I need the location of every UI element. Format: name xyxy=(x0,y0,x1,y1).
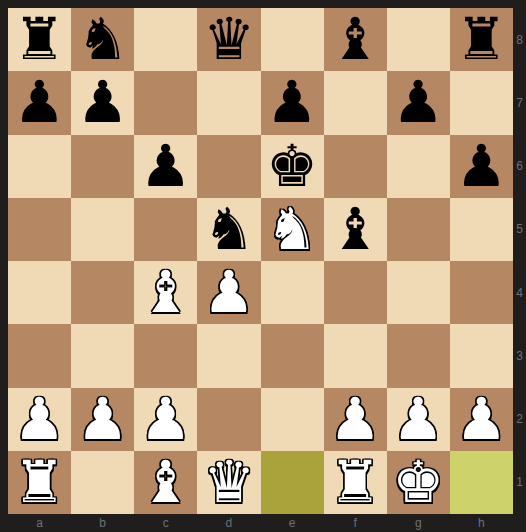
piece-black-knight[interactable]: ♞ xyxy=(77,8,129,71)
square-d1[interactable]: ♛ xyxy=(197,451,260,514)
square-c8[interactable] xyxy=(134,8,197,71)
piece-black-bishop[interactable]: ♝ xyxy=(329,198,381,261)
piece-white-pawn[interactable]: ♟ xyxy=(455,388,507,451)
square-c4[interactable]: ♝ xyxy=(134,261,197,324)
square-b8[interactable]: ♞ xyxy=(71,8,134,71)
square-e8[interactable] xyxy=(261,8,324,71)
file-label-e: e xyxy=(261,514,324,532)
square-a5[interactable] xyxy=(8,198,71,261)
square-h6[interactable]: ♟ xyxy=(450,135,513,198)
square-h3[interactable] xyxy=(450,324,513,387)
file-label-f: f xyxy=(324,514,387,532)
square-b2[interactable]: ♟ xyxy=(71,388,134,451)
square-g5[interactable] xyxy=(387,198,450,261)
square-b3[interactable] xyxy=(71,324,134,387)
piece-white-pawn[interactable]: ♟ xyxy=(14,388,66,451)
file-label-b: b xyxy=(71,514,134,532)
file-label-h: h xyxy=(450,514,513,532)
square-a7[interactable]: ♟ xyxy=(8,71,71,134)
square-d4[interactable]: ♟ xyxy=(197,261,260,324)
file-label-d: d xyxy=(197,514,260,532)
piece-black-pawn[interactable]: ♟ xyxy=(14,71,66,134)
square-g3[interactable] xyxy=(387,324,450,387)
square-g4[interactable] xyxy=(387,261,450,324)
square-f3[interactable] xyxy=(324,324,387,387)
square-b1[interactable] xyxy=(71,451,134,514)
square-a6[interactable] xyxy=(8,135,71,198)
piece-white-pawn[interactable]: ♟ xyxy=(392,388,444,451)
square-b7[interactable]: ♟ xyxy=(71,71,134,134)
square-c6[interactable]: ♟ xyxy=(134,135,197,198)
square-a1[interactable]: ♜ xyxy=(8,451,71,514)
piece-white-king[interactable]: ♚ xyxy=(392,451,444,514)
piece-white-pawn[interactable]: ♟ xyxy=(329,388,381,451)
rank-label-6: 6 xyxy=(513,135,526,198)
square-f7[interactable] xyxy=(324,71,387,134)
square-b5[interactable] xyxy=(71,198,134,261)
file-label-g: g xyxy=(387,514,450,532)
rank-label-5: 5 xyxy=(513,198,526,261)
square-d8[interactable]: ♛ xyxy=(197,8,260,71)
square-c1[interactable]: ♝ xyxy=(134,451,197,514)
square-h1[interactable] xyxy=(450,451,513,514)
square-c7[interactable] xyxy=(134,71,197,134)
piece-white-rook[interactable]: ♜ xyxy=(329,451,381,514)
piece-black-queen[interactable]: ♛ xyxy=(203,8,255,71)
square-g1[interactable]: ♚ xyxy=(387,451,450,514)
square-h7[interactable] xyxy=(450,71,513,134)
square-e3[interactable] xyxy=(261,324,324,387)
square-f4[interactable] xyxy=(324,261,387,324)
piece-black-knight[interactable]: ♞ xyxy=(203,198,255,261)
chess-board-app: ♜♞♛♝♜♟♟♟♟♟♚♟♞♞♝♝♟♟♟♟♟♟♟♜♝♛♜♚ 87654321 ab… xyxy=(0,0,526,532)
square-a2[interactable]: ♟ xyxy=(8,388,71,451)
square-c5[interactable] xyxy=(134,198,197,261)
square-e1[interactable] xyxy=(261,451,324,514)
piece-white-knight[interactable]: ♞ xyxy=(266,198,318,261)
square-d6[interactable] xyxy=(197,135,260,198)
piece-black-rook[interactable]: ♜ xyxy=(14,8,66,71)
piece-black-king[interactable]: ♚ xyxy=(266,135,318,198)
square-h2[interactable]: ♟ xyxy=(450,388,513,451)
piece-white-bishop[interactable]: ♝ xyxy=(140,261,192,324)
square-e6[interactable]: ♚ xyxy=(261,135,324,198)
square-f8[interactable]: ♝ xyxy=(324,8,387,71)
piece-black-rook[interactable]: ♜ xyxy=(455,8,507,71)
piece-white-pawn[interactable]: ♟ xyxy=(203,261,255,324)
file-label-c: c xyxy=(134,514,197,532)
square-h8[interactable]: ♜ xyxy=(450,8,513,71)
piece-black-pawn[interactable]: ♟ xyxy=(140,135,192,198)
square-e2[interactable] xyxy=(261,388,324,451)
square-d7[interactable] xyxy=(197,71,260,134)
square-b4[interactable] xyxy=(71,261,134,324)
file-coordinates: abcdefgh xyxy=(8,514,513,532)
rank-label-3: 3 xyxy=(513,324,526,387)
square-d2[interactable] xyxy=(197,388,260,451)
square-a8[interactable]: ♜ xyxy=(8,8,71,71)
square-a3[interactable] xyxy=(8,324,71,387)
rank-coordinates: 87654321 xyxy=(513,8,526,514)
square-d5[interactable]: ♞ xyxy=(197,198,260,261)
piece-black-pawn[interactable]: ♟ xyxy=(266,71,318,134)
square-f5[interactable]: ♝ xyxy=(324,198,387,261)
square-c2[interactable]: ♟ xyxy=(134,388,197,451)
piece-black-pawn[interactable]: ♟ xyxy=(455,135,507,198)
piece-white-rook[interactable]: ♜ xyxy=(14,451,66,514)
square-h5[interactable] xyxy=(450,198,513,261)
piece-white-pawn[interactable]: ♟ xyxy=(140,388,192,451)
square-e7[interactable]: ♟ xyxy=(261,71,324,134)
square-h4[interactable] xyxy=(450,261,513,324)
square-c3[interactable] xyxy=(134,324,197,387)
piece-black-pawn[interactable]: ♟ xyxy=(392,71,444,134)
piece-black-pawn[interactable]: ♟ xyxy=(77,71,129,134)
square-b6[interactable] xyxy=(71,135,134,198)
square-a4[interactable] xyxy=(8,261,71,324)
piece-white-pawn[interactable]: ♟ xyxy=(77,388,129,451)
square-f6[interactable] xyxy=(324,135,387,198)
chess-board: ♜♞♛♝♜♟♟♟♟♟♚♟♞♞♝♝♟♟♟♟♟♟♟♜♝♛♜♚ xyxy=(8,8,513,514)
square-e4[interactable] xyxy=(261,261,324,324)
rank-label-4: 4 xyxy=(513,261,526,324)
piece-white-queen[interactable]: ♛ xyxy=(203,451,255,514)
square-g8[interactable] xyxy=(387,8,450,71)
rank-label-1: 1 xyxy=(513,451,526,514)
rank-label-8: 8 xyxy=(513,8,526,71)
piece-white-bishop[interactable]: ♝ xyxy=(140,451,192,514)
square-f2[interactable]: ♟ xyxy=(324,388,387,451)
file-label-a: a xyxy=(8,514,71,532)
piece-black-bishop[interactable]: ♝ xyxy=(329,8,381,71)
square-g6[interactable] xyxy=(387,135,450,198)
square-g2[interactable]: ♟ xyxy=(387,388,450,451)
square-f1[interactable]: ♜ xyxy=(324,451,387,514)
square-d3[interactable] xyxy=(197,324,260,387)
rank-label-7: 7 xyxy=(513,71,526,134)
square-g7[interactable]: ♟ xyxy=(387,71,450,134)
rank-label-2: 2 xyxy=(513,388,526,451)
square-e5[interactable]: ♞ xyxy=(261,198,324,261)
